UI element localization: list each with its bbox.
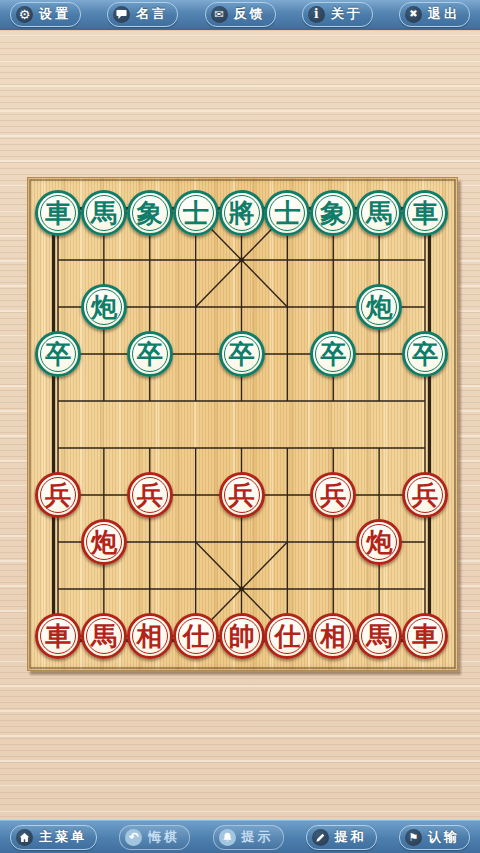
piece-character: 仕 <box>183 623 209 649</box>
feedback-label: 反馈 <box>234 5 266 23</box>
resign-button[interactable]: ⚑认输 <box>399 825 470 850</box>
piece-red-elephant[interactable]: 相 <box>310 613 356 659</box>
piece-character: 馬 <box>366 623 392 649</box>
piece-red-soldier[interactable]: 兵 <box>219 472 265 518</box>
piece-character: 車 <box>412 200 438 226</box>
piece-red-cannon[interactable]: 炮 <box>81 519 127 565</box>
undo-move-label: 悔棋 <box>148 828 180 846</box>
piece-black-cannon[interactable]: 炮 <box>81 284 127 330</box>
piece-character: 相 <box>320 623 346 649</box>
piece-character: 馬 <box>366 200 392 226</box>
app-screen: ⚙设置名言✉反馈i关于✖退出 車馬象士將士象馬車炮炮卒卒卒卒卒兵兵兵兵兵炮炮車馬… <box>0 0 480 853</box>
quotes-button[interactable]: 名言 <box>107 2 178 27</box>
flag-icon: ⚑ <box>405 829 422 846</box>
piece-black-chariot[interactable]: 車 <box>402 190 448 236</box>
top-toolbar: ⚙设置名言✉反馈i关于✖退出 <box>0 0 480 30</box>
piece-character: 卒 <box>320 341 346 367</box>
piece-red-chariot[interactable]: 車 <box>402 613 448 659</box>
piece-character: 卒 <box>137 341 163 367</box>
about-label: 关于 <box>331 5 363 23</box>
gear-icon: ⚙ <box>16 6 33 23</box>
piece-character: 帥 <box>229 623 255 649</box>
envelope-icon: ✉ <box>211 6 228 23</box>
piece-black-soldier[interactable]: 卒 <box>35 331 81 377</box>
piece-character: 兵 <box>45 482 71 508</box>
home-icon <box>16 829 33 846</box>
piece-character: 馬 <box>91 623 117 649</box>
piece-black-chariot[interactable]: 車 <box>35 190 81 236</box>
bottom-toolbar: 主菜单↶悔棋提示提和⚑认输 <box>0 820 480 853</box>
piece-black-cannon[interactable]: 炮 <box>356 284 402 330</box>
piece-red-soldier[interactable]: 兵 <box>402 472 448 518</box>
piece-black-soldier[interactable]: 卒 <box>310 331 356 377</box>
about-button[interactable]: i关于 <box>302 2 373 27</box>
offer-draw-label: 提和 <box>335 828 367 846</box>
piece-character: 兵 <box>320 482 346 508</box>
piece-character: 象 <box>320 200 346 226</box>
piece-character: 卒 <box>229 341 255 367</box>
pencil-icon <box>312 829 329 846</box>
settings-button[interactable]: ⚙设置 <box>10 2 81 27</box>
piece-red-horse[interactable]: 馬 <box>81 613 127 659</box>
piece-character: 卒 <box>45 341 71 367</box>
piece-character: 士 <box>183 200 209 226</box>
piece-black-general[interactable]: 將 <box>219 190 265 236</box>
piece-red-soldier[interactable]: 兵 <box>310 472 356 518</box>
piece-red-soldier[interactable]: 兵 <box>35 472 81 518</box>
piece-character: 兵 <box>412 482 438 508</box>
piece-black-soldier[interactable]: 卒 <box>127 331 173 377</box>
piece-character: 車 <box>412 623 438 649</box>
undo-icon: ↶ <box>125 829 142 846</box>
info-icon: i <box>308 6 325 23</box>
piece-character: 卒 <box>412 341 438 367</box>
piece-black-soldier[interactable]: 卒 <box>219 331 265 377</box>
piece-character: 象 <box>137 200 163 226</box>
piece-character: 馬 <box>91 200 117 226</box>
piece-red-cannon[interactable]: 炮 <box>356 519 402 565</box>
piece-character: 炮 <box>366 529 392 555</box>
piece-red-soldier[interactable]: 兵 <box>127 472 173 518</box>
piece-character: 兵 <box>229 482 255 508</box>
close-icon: ✖ <box>405 6 422 23</box>
piece-red-advisor[interactable]: 仕 <box>173 613 219 659</box>
piece-character: 士 <box>274 200 300 226</box>
piece-red-chariot[interactable]: 車 <box>35 613 81 659</box>
piece-character: 車 <box>45 623 71 649</box>
settings-label: 设置 <box>39 5 71 23</box>
xiangqi-board[interactable]: 車馬象士將士象馬車炮炮卒卒卒卒卒兵兵兵兵兵炮炮車馬相仕帥仕相馬車 <box>27 177 458 671</box>
piece-black-soldier[interactable]: 卒 <box>402 331 448 377</box>
hint-button[interactable]: 提示 <box>213 825 284 850</box>
exit-label: 退出 <box>428 5 460 23</box>
piece-black-advisor[interactable]: 士 <box>173 190 219 236</box>
piece-character: 仕 <box>274 623 300 649</box>
main-menu-button[interactable]: 主菜单 <box>10 825 97 850</box>
piece-character: 兵 <box>137 482 163 508</box>
piece-character: 將 <box>229 200 255 226</box>
piece-black-horse[interactable]: 馬 <box>81 190 127 236</box>
piece-character: 炮 <box>91 294 117 320</box>
piece-red-general[interactable]: 帥 <box>219 613 265 659</box>
piece-character: 車 <box>45 200 71 226</box>
piece-black-elephant[interactable]: 象 <box>127 190 173 236</box>
resign-label: 认输 <box>428 828 460 846</box>
feedback-button[interactable]: ✉反馈 <box>205 2 276 27</box>
hint-label: 提示 <box>242 828 274 846</box>
main-menu-label: 主菜单 <box>39 828 87 846</box>
piece-black-horse[interactable]: 馬 <box>356 190 402 236</box>
piece-character: 炮 <box>366 294 392 320</box>
piece-black-elephant[interactable]: 象 <box>310 190 356 236</box>
exit-button[interactable]: ✖退出 <box>399 2 470 27</box>
bell-icon <box>219 829 236 846</box>
piece-character: 炮 <box>91 529 117 555</box>
piece-red-elephant[interactable]: 相 <box>127 613 173 659</box>
undo-move-button[interactable]: ↶悔棋 <box>119 825 190 850</box>
piece-red-horse[interactable]: 馬 <box>356 613 402 659</box>
piece-character: 相 <box>137 623 163 649</box>
speech-bubble-icon <box>113 6 130 23</box>
offer-draw-button[interactable]: 提和 <box>306 825 377 850</box>
quotes-label: 名言 <box>136 5 168 23</box>
